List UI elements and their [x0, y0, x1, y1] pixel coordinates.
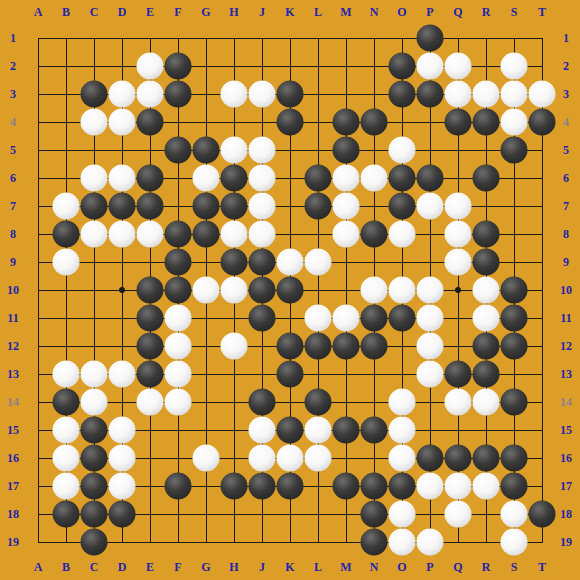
col-label-top-M: M [340, 6, 351, 18]
col-label-top-H: H [229, 6, 238, 18]
stone-B8 [53, 221, 80, 248]
stone-K9 [277, 249, 304, 276]
row-label-right-17: 17 [560, 480, 572, 492]
stone-M6 [333, 165, 360, 192]
row-label-left-18: 18 [7, 508, 19, 520]
stone-H9 [221, 249, 248, 276]
stone-F8 [165, 221, 192, 248]
stone-S12 [501, 333, 528, 360]
stone-H6 [221, 165, 248, 192]
stone-S11 [501, 305, 528, 332]
stone-C13 [81, 361, 108, 388]
stone-O5 [389, 137, 416, 164]
col-label-top-N: N [370, 6, 379, 18]
stone-F9 [165, 249, 192, 276]
stone-G6 [193, 165, 220, 192]
stone-E14 [137, 389, 164, 416]
stone-R10 [473, 277, 500, 304]
stone-R17 [473, 473, 500, 500]
grid-line-horizontal [38, 542, 543, 543]
stone-T18 [529, 501, 556, 528]
stone-S19 [501, 529, 528, 556]
col-label-bottom-O: O [397, 561, 406, 573]
stone-N8 [361, 221, 388, 248]
stone-E6 [137, 165, 164, 192]
row-label-left-10: 10 [7, 284, 19, 296]
stone-J15 [249, 417, 276, 444]
stone-R13 [473, 361, 500, 388]
stone-F11 [165, 305, 192, 332]
col-label-bottom-F: F [174, 561, 181, 573]
row-label-right-11: 11 [560, 312, 571, 324]
col-label-top-Q: Q [453, 6, 462, 18]
stone-Q8 [445, 221, 472, 248]
stone-K16 [277, 445, 304, 472]
stone-O18 [389, 501, 416, 528]
col-label-top-B: B [62, 6, 70, 18]
stone-H8 [221, 221, 248, 248]
col-label-bottom-B: B [62, 561, 70, 573]
stone-N10 [361, 277, 388, 304]
row-label-left-4: 4 [10, 116, 16, 128]
stone-K13 [277, 361, 304, 388]
stone-G8 [193, 221, 220, 248]
stone-F10 [165, 277, 192, 304]
col-label-bottom-E: E [146, 561, 154, 573]
row-label-left-13: 13 [7, 368, 19, 380]
stone-R11 [473, 305, 500, 332]
stone-R9 [473, 249, 500, 276]
stone-Q18 [445, 501, 472, 528]
stone-S2 [501, 53, 528, 80]
col-label-top-T: T [538, 6, 546, 18]
stone-Q2 [445, 53, 472, 80]
col-label-top-A: A [34, 6, 43, 18]
stone-P7 [417, 193, 444, 220]
row-label-left-1: 1 [10, 32, 16, 44]
stone-P13 [417, 361, 444, 388]
col-label-top-J: J [259, 6, 265, 18]
stone-O8 [389, 221, 416, 248]
col-label-bottom-L: L [314, 561, 322, 573]
stone-P2 [417, 53, 444, 80]
stone-P6 [417, 165, 444, 192]
col-label-bottom-G: G [201, 561, 210, 573]
stone-P10 [417, 277, 444, 304]
stone-D4 [109, 109, 136, 136]
stone-R8 [473, 221, 500, 248]
stone-R6 [473, 165, 500, 192]
stone-J7 [249, 193, 276, 220]
stone-B14 [53, 389, 80, 416]
stone-L7 [305, 193, 332, 220]
star-point-D10 [119, 287, 125, 293]
stone-D15 [109, 417, 136, 444]
stone-C7 [81, 193, 108, 220]
stone-G16 [193, 445, 220, 472]
row-label-right-19: 19 [560, 536, 572, 548]
stone-L15 [305, 417, 332, 444]
stone-H7 [221, 193, 248, 220]
row-label-right-12: 12 [560, 340, 572, 352]
col-label-bottom-R: R [482, 561, 491, 573]
stone-Q16 [445, 445, 472, 472]
stone-D7 [109, 193, 136, 220]
stone-B15 [53, 417, 80, 444]
stone-H12 [221, 333, 248, 360]
col-label-bottom-N: N [370, 561, 379, 573]
stone-D18 [109, 501, 136, 528]
col-label-top-O: O [397, 6, 406, 18]
stone-R4 [473, 109, 500, 136]
col-label-bottom-H: H [229, 561, 238, 573]
stone-J9 [249, 249, 276, 276]
stone-H10 [221, 277, 248, 304]
stone-P3 [417, 81, 444, 108]
stone-S14 [501, 389, 528, 416]
stone-F2 [165, 53, 192, 80]
stone-B16 [53, 445, 80, 472]
stone-G7 [193, 193, 220, 220]
stone-L12 [305, 333, 332, 360]
stone-E8 [137, 221, 164, 248]
row-label-right-7: 7 [563, 200, 569, 212]
stone-M5 [333, 137, 360, 164]
stone-H3 [221, 81, 248, 108]
stone-F17 [165, 473, 192, 500]
stone-S18 [501, 501, 528, 528]
row-label-left-15: 15 [7, 424, 19, 436]
col-label-top-P: P [426, 6, 433, 18]
stone-L16 [305, 445, 332, 472]
row-label-left-8: 8 [10, 228, 16, 240]
row-label-left-19: 19 [7, 536, 19, 548]
col-label-bottom-S: S [511, 561, 518, 573]
stone-C17 [81, 473, 108, 500]
stone-N15 [361, 417, 388, 444]
stone-L6 [305, 165, 332, 192]
row-label-right-5: 5 [563, 144, 569, 156]
row-label-left-14: 14 [7, 396, 19, 408]
stone-K12 [277, 333, 304, 360]
stone-O7 [389, 193, 416, 220]
row-label-right-13: 13 [560, 368, 572, 380]
stone-O10 [389, 277, 416, 304]
stone-K15 [277, 417, 304, 444]
stone-O11 [389, 305, 416, 332]
stone-K3 [277, 81, 304, 108]
stone-N6 [361, 165, 388, 192]
stone-E7 [137, 193, 164, 220]
stone-M4 [333, 109, 360, 136]
row-label-right-3: 3 [563, 88, 569, 100]
stone-R3 [473, 81, 500, 108]
stone-H5 [221, 137, 248, 164]
stone-G5 [193, 137, 220, 164]
stone-F3 [165, 81, 192, 108]
stone-O17 [389, 473, 416, 500]
row-label-right-16: 16 [560, 452, 572, 464]
stone-Q13 [445, 361, 472, 388]
row-label-right-1: 1 [563, 32, 569, 44]
row-label-left-3: 3 [10, 88, 16, 100]
stone-M7 [333, 193, 360, 220]
stone-E3 [137, 81, 164, 108]
col-label-top-L: L [314, 6, 322, 18]
stone-E13 [137, 361, 164, 388]
stone-J14 [249, 389, 276, 416]
row-label-right-4: 4 [563, 116, 569, 128]
row-label-left-16: 16 [7, 452, 19, 464]
stone-C3 [81, 81, 108, 108]
row-label-right-2: 2 [563, 60, 569, 72]
stone-O2 [389, 53, 416, 80]
stone-J8 [249, 221, 276, 248]
col-label-bottom-Q: Q [453, 561, 462, 573]
stone-B18 [53, 501, 80, 528]
row-label-left-2: 2 [10, 60, 16, 72]
col-label-top-F: F [174, 6, 181, 18]
stone-N11 [361, 305, 388, 332]
stone-J5 [249, 137, 276, 164]
stone-T4 [529, 109, 556, 136]
stone-E11 [137, 305, 164, 332]
stone-M8 [333, 221, 360, 248]
stone-L14 [305, 389, 332, 416]
stone-K4 [277, 109, 304, 136]
col-label-top-D: D [118, 6, 127, 18]
stone-F12 [165, 333, 192, 360]
row-label-left-9: 9 [10, 256, 16, 268]
col-label-top-G: G [201, 6, 210, 18]
stone-F14 [165, 389, 192, 416]
stone-O6 [389, 165, 416, 192]
stone-C4 [81, 109, 108, 136]
row-label-right-18: 18 [560, 508, 572, 520]
stone-D6 [109, 165, 136, 192]
stone-J11 [249, 305, 276, 332]
row-label-left-11: 11 [7, 312, 18, 324]
stone-B9 [53, 249, 80, 276]
stone-O14 [389, 389, 416, 416]
stone-Q9 [445, 249, 472, 276]
stone-P1 [417, 25, 444, 52]
stone-C16 [81, 445, 108, 472]
stone-S4 [501, 109, 528, 136]
stone-G10 [193, 277, 220, 304]
row-label-left-6: 6 [10, 172, 16, 184]
go-board[interactable]: AABBCCDDEEFFGGHHJJKKLLMMNNOOPPQQRRSSTT11… [0, 0, 580, 580]
stone-S16 [501, 445, 528, 472]
stone-K10 [277, 277, 304, 304]
row-label-right-8: 8 [563, 228, 569, 240]
stone-J17 [249, 473, 276, 500]
stone-T3 [529, 81, 556, 108]
col-label-top-R: R [482, 6, 491, 18]
stone-H17 [221, 473, 248, 500]
row-label-right-15: 15 [560, 424, 572, 436]
stone-J3 [249, 81, 276, 108]
col-label-bottom-D: D [118, 561, 127, 573]
stone-N4 [361, 109, 388, 136]
stone-M11 [333, 305, 360, 332]
stone-J10 [249, 277, 276, 304]
col-label-bottom-T: T [538, 561, 546, 573]
stone-D16 [109, 445, 136, 472]
row-label-left-12: 12 [7, 340, 19, 352]
stone-E12 [137, 333, 164, 360]
stone-P12 [417, 333, 444, 360]
row-label-left-17: 17 [7, 480, 19, 492]
col-label-top-K: K [285, 6, 294, 18]
col-label-top-E: E [146, 6, 154, 18]
col-label-top-S: S [511, 6, 518, 18]
stone-S3 [501, 81, 528, 108]
col-label-bottom-C: C [90, 561, 99, 573]
stone-O15 [389, 417, 416, 444]
stone-Q7 [445, 193, 472, 220]
stone-O16 [389, 445, 416, 472]
stone-F5 [165, 137, 192, 164]
row-label-left-7: 7 [10, 200, 16, 212]
stone-F13 [165, 361, 192, 388]
stone-B13 [53, 361, 80, 388]
stone-M17 [333, 473, 360, 500]
stone-N12 [361, 333, 388, 360]
stone-D17 [109, 473, 136, 500]
stone-K17 [277, 473, 304, 500]
stone-E4 [137, 109, 164, 136]
row-label-right-14: 14 [560, 396, 572, 408]
stone-O19 [389, 529, 416, 556]
col-label-bottom-J: J [259, 561, 265, 573]
row-label-right-10: 10 [560, 284, 572, 296]
stone-M15 [333, 417, 360, 444]
stone-C8 [81, 221, 108, 248]
stone-S17 [501, 473, 528, 500]
stone-C14 [81, 389, 108, 416]
row-label-right-6: 6 [563, 172, 569, 184]
stone-S10 [501, 277, 528, 304]
stone-O3 [389, 81, 416, 108]
col-label-bottom-P: P [426, 561, 433, 573]
stone-D8 [109, 221, 136, 248]
stone-L11 [305, 305, 332, 332]
grid-line-horizontal [38, 318, 543, 319]
col-label-bottom-M: M [340, 561, 351, 573]
row-label-right-9: 9 [563, 256, 569, 268]
stone-Q17 [445, 473, 472, 500]
row-label-left-5: 5 [10, 144, 16, 156]
stone-P19 [417, 529, 444, 556]
stone-C15 [81, 417, 108, 444]
stone-Q14 [445, 389, 472, 416]
col-label-bottom-A: A [34, 561, 43, 573]
stone-R14 [473, 389, 500, 416]
stone-D3 [109, 81, 136, 108]
stone-P17 [417, 473, 444, 500]
stone-B7 [53, 193, 80, 220]
stone-E10 [137, 277, 164, 304]
stone-N17 [361, 473, 388, 500]
col-label-bottom-K: K [285, 561, 294, 573]
star-point-Q10 [455, 287, 461, 293]
stone-R12 [473, 333, 500, 360]
stone-C19 [81, 529, 108, 556]
stone-P11 [417, 305, 444, 332]
stone-L9 [305, 249, 332, 276]
stone-Q4 [445, 109, 472, 136]
stone-E2 [137, 53, 164, 80]
stone-N19 [361, 529, 388, 556]
stone-J6 [249, 165, 276, 192]
stone-J16 [249, 445, 276, 472]
stone-C18 [81, 501, 108, 528]
stone-D13 [109, 361, 136, 388]
stone-P16 [417, 445, 444, 472]
stone-S5 [501, 137, 528, 164]
stone-Q3 [445, 81, 472, 108]
col-label-top-C: C [90, 6, 99, 18]
stone-B17 [53, 473, 80, 500]
stone-N18 [361, 501, 388, 528]
stone-M12 [333, 333, 360, 360]
stone-R16 [473, 445, 500, 472]
stone-C6 [81, 165, 108, 192]
